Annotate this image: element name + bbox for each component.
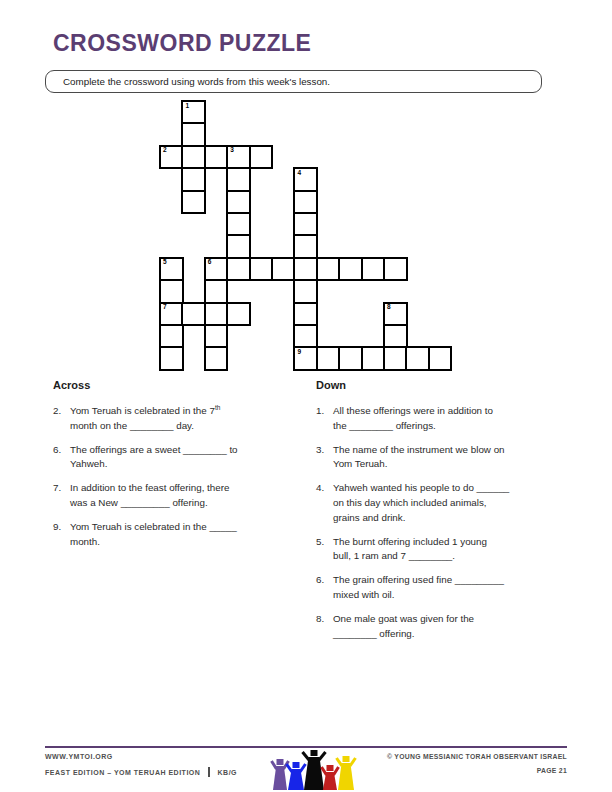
grid-cell-r0c1[interactable]: 1 [181, 100, 206, 125]
footer-divider-line [45, 746, 567, 748]
cell-clue-number: 3 [230, 147, 234, 154]
footer-edition: FEAST EDITION – YOM TERUAH EDITION [45, 769, 200, 776]
grid-cell-r7c4[interactable] [249, 257, 274, 282]
grid-cell-r7c8[interactable] [338, 257, 363, 282]
grid-cell-r11c8[interactable] [338, 346, 363, 371]
logo-figure [287, 762, 306, 790]
clue-number: 6. [316, 573, 333, 602]
grid-cell-r8c2[interactable] [204, 279, 229, 304]
cell-clue-number: 7 [163, 304, 167, 311]
cell-clue-number: 5 [163, 259, 167, 266]
instruction-text: Complete the crossword using words from … [63, 76, 330, 87]
grid-cell-r11c10[interactable] [383, 346, 408, 371]
cell-clue-number: 6 [208, 259, 212, 266]
clue-item: 7.In addition to the feast offering, the… [53, 481, 305, 510]
grid-cell-r2c0[interactable]: 2 [159, 145, 184, 170]
footer-edition-row: FEAST EDITION – YOM TERUAH EDITION KB/G [45, 767, 237, 777]
grid-cell-r9c3[interactable] [226, 302, 251, 327]
grid-cell-r10c2[interactable] [204, 324, 229, 349]
grid-cell-r8c6[interactable] [293, 279, 318, 304]
clue-text: All these offerings were in addition tot… [333, 404, 493, 433]
clue-item: 2.Yom Teruah is celebrated in the 7thmon… [53, 404, 305, 433]
cell-clue-number: 8 [387, 304, 391, 311]
clue-number: 8. [316, 612, 333, 641]
clue-text: The burnt offering included 1 youngbull,… [333, 535, 487, 564]
grid-cell-r10c0[interactable] [159, 324, 184, 349]
clue-number: 9. [53, 520, 70, 549]
grid-cell-r6c3[interactable] [226, 234, 251, 259]
grid-cell-r11c7[interactable] [316, 346, 341, 371]
clue-text: Yom Teruah is celebrated in the _____mon… [70, 520, 237, 549]
grid-cell-r9c6[interactable] [293, 302, 318, 327]
cell-clue-number: 9 [297, 349, 301, 356]
crossword-grid: 123456789 [159, 100, 453, 372]
clue-item: 5.The burnt offering included 1 youngbul… [316, 535, 568, 564]
clue-text: The name of the instrument we blow onYom… [333, 443, 505, 472]
clue-item: 6.The grain offering used fine _________… [316, 573, 568, 602]
down-clue-list: 1.All these offerings were in addition t… [316, 404, 568, 641]
grid-cell-r7c3[interactable] [226, 257, 251, 282]
grid-cell-r11c12[interactable] [428, 346, 453, 371]
grid-cell-r8c0[interactable] [159, 279, 184, 304]
grid-cell-r7c7[interactable] [316, 257, 341, 282]
clue-number: 1. [316, 404, 333, 433]
grid-cell-r7c10[interactable] [383, 257, 408, 282]
across-heading: Across [53, 379, 305, 391]
grid-cell-r4c6[interactable] [293, 190, 318, 215]
cell-clue-number: 2 [163, 147, 167, 154]
grid-cell-r5c6[interactable] [293, 212, 318, 237]
grid-cell-r10c6[interactable] [293, 324, 318, 349]
grid-cell-r11c9[interactable] [361, 346, 386, 371]
grid-cell-r9c10[interactable]: 8 [383, 302, 408, 327]
grid-cell-r4c3[interactable] [226, 190, 251, 215]
cell-clue-number: 1 [185, 103, 189, 110]
clue-text: One male goat was given for the________ … [333, 612, 474, 641]
footer-left: WWW.YMTOI.ORG FEAST EDITION – YOM TERUAH… [45, 753, 237, 777]
clue-item: 1.All these offerings were in addition t… [316, 404, 568, 433]
clue-item: 3.The name of the instrument we blow onY… [316, 443, 568, 472]
clue-text: The grain offering used fine _________mi… [333, 573, 504, 602]
grid-cell-r11c2[interactable] [204, 346, 229, 371]
cell-clue-number: 4 [297, 170, 301, 177]
logo-figure [322, 765, 339, 790]
grid-cell-r10c10[interactable] [383, 324, 408, 349]
footer-website: WWW.YMTOI.ORG [45, 753, 237, 760]
grid-cell-r3c6[interactable]: 4 [293, 167, 318, 192]
grid-cell-r7c5[interactable] [271, 257, 296, 282]
grid-cell-r1c1[interactable] [181, 122, 206, 147]
clue-text: In addition to the feast offering, there… [70, 481, 229, 510]
clue-number: 4. [316, 481, 333, 525]
grid-cell-r4c1[interactable] [181, 190, 206, 215]
grid-cell-r9c1[interactable] [181, 302, 206, 327]
grid-cell-r11c11[interactable] [405, 346, 430, 371]
footer-separator [208, 767, 209, 777]
footer-page-number: PAGE 21 [387, 767, 567, 774]
grid-cell-r9c0[interactable]: 7 [159, 302, 184, 327]
across-clue-list: 2.Yom Teruah is celebrated in the 7thmon… [53, 404, 305, 549]
clue-number: 2. [53, 404, 70, 433]
clue-item: 4.Yahweh wanted his people to do ______o… [316, 481, 568, 525]
clue-item: 6.The offerings are a sweet ________ toY… [53, 443, 305, 472]
footer-right: © YOUNG MESSIANIC TORAH OBSERVANT ISRAEL… [387, 753, 567, 774]
grid-cell-r9c2[interactable] [204, 302, 229, 327]
grid-cell-r7c9[interactable] [361, 257, 386, 282]
logo-figure [337, 756, 356, 790]
grid-cell-r3c3[interactable] [226, 167, 251, 192]
grid-cell-r7c0[interactable]: 5 [159, 257, 184, 282]
clue-item: 8.One male goat was given for the_______… [316, 612, 568, 641]
ymtoi-logo-icon [270, 750, 358, 790]
grid-cell-r2c4[interactable] [249, 145, 274, 170]
grid-cell-r3c1[interactable] [181, 167, 206, 192]
clue-number: 5. [316, 535, 333, 564]
grid-cell-r2c2[interactable] [204, 145, 229, 170]
clue-item: 9.Yom Teruah is celebrated in the _____m… [53, 520, 305, 549]
grid-cell-r11c0[interactable] [159, 346, 184, 371]
clue-number: 7. [53, 481, 70, 510]
logo-figure [272, 759, 289, 790]
down-heading: Down [316, 379, 568, 391]
clue-number: 6. [53, 443, 70, 472]
grid-cell-r6c6[interactable] [293, 234, 318, 259]
footer-code: KB/G [218, 769, 238, 776]
grid-cell-r11c6[interactable]: 9 [293, 346, 318, 371]
down-section: Down 1.All these offerings were in addit… [316, 379, 568, 651]
grid-cell-r7c6[interactable] [293, 257, 318, 282]
grid-cell-r5c3[interactable] [226, 212, 251, 237]
clue-text: Yahweh wanted his people to do ______on … [333, 481, 509, 525]
instruction-box: Complete the crossword using words from … [45, 70, 542, 93]
clue-text: Yom Teruah is celebrated in the 7thmonth… [70, 404, 220, 433]
grid-cell-r7c2[interactable]: 6 [204, 257, 229, 282]
grid-cell-r2c3[interactable]: 3 [226, 145, 251, 170]
page-title: CROSSWORD PUZZLE [53, 30, 311, 57]
clue-number: 3. [316, 443, 333, 472]
grid-cell-r2c1[interactable] [181, 145, 206, 170]
across-section: Across 2.Yom Teruah is celebrated in the… [53, 379, 305, 559]
clue-text: The offerings are a sweet ________ toYah… [70, 443, 238, 472]
footer-copyright: © YOUNG MESSIANIC TORAH OBSERVANT ISRAEL [387, 753, 567, 760]
